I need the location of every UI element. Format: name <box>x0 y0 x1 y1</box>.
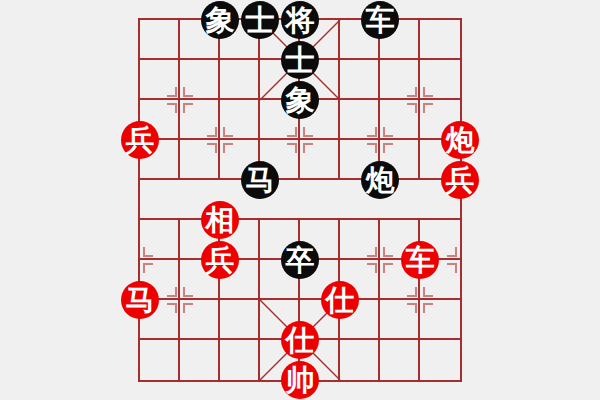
piece-red-horse[interactable]: 马 <box>121 281 159 319</box>
piece-black-general[interactable]: 将 <box>281 1 319 39</box>
board-cell <box>180 60 220 100</box>
board-cell <box>140 20 180 60</box>
board-cell <box>300 180 340 220</box>
board-cell <box>140 340 180 380</box>
xiangqi-board-diagram: 象士将车士象兵炮马炮兵相兵卒车马仕仕帅 <box>0 0 600 400</box>
board-cell <box>420 60 460 100</box>
board-cell <box>420 340 460 380</box>
board-cell <box>140 220 180 260</box>
board-cell <box>340 340 380 380</box>
board-cell <box>140 60 180 100</box>
board-cell <box>340 60 380 100</box>
piece-red-chariot[interactable]: 车 <box>401 241 439 279</box>
piece-red-elephant[interactable]: 相 <box>201 201 239 239</box>
board-cell <box>180 140 220 180</box>
board-cell <box>220 340 260 380</box>
piece-red-general[interactable]: 帅 <box>281 361 319 399</box>
piece-red-advisor[interactable]: 仕 <box>281 321 319 359</box>
piece-red-advisor[interactable]: 仕 <box>321 281 359 319</box>
piece-black-elephant[interactable]: 象 <box>201 1 239 39</box>
board-cell <box>380 100 420 140</box>
piece-red-soldier[interactable]: 兵 <box>441 161 479 199</box>
piece-red-soldier[interactable]: 兵 <box>121 121 159 159</box>
board-cell <box>140 180 180 220</box>
board-cell <box>220 300 260 340</box>
piece-black-advisor[interactable]: 士 <box>281 41 319 79</box>
board-cell <box>420 20 460 60</box>
board-cell <box>180 340 220 380</box>
board-cell <box>220 60 260 100</box>
board-cell <box>340 100 380 140</box>
piece-red-cannon[interactable]: 炮 <box>441 121 479 159</box>
board-cell <box>180 100 220 140</box>
board-cell <box>180 300 220 340</box>
board-cell <box>220 100 260 140</box>
board-cell <box>380 300 420 340</box>
piece-black-cannon[interactable]: 炮 <box>361 161 399 199</box>
piece-black-soldier[interactable]: 卒 <box>281 241 319 279</box>
piece-black-elephant[interactable]: 象 <box>281 81 319 119</box>
board-cell <box>420 300 460 340</box>
board-cell <box>300 140 340 180</box>
board-cell <box>380 340 420 380</box>
piece-black-advisor[interactable]: 士 <box>241 1 279 39</box>
board-cell <box>380 60 420 100</box>
piece-black-horse[interactable]: 马 <box>241 161 279 199</box>
piece-black-chariot[interactable]: 车 <box>361 1 399 39</box>
piece-red-soldier[interactable]: 兵 <box>201 241 239 279</box>
board-cell <box>340 220 380 260</box>
